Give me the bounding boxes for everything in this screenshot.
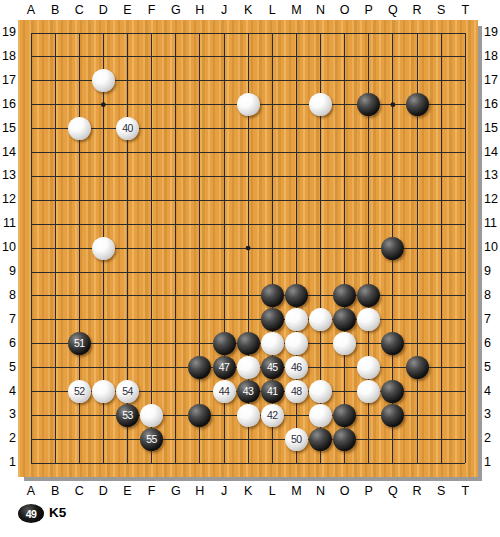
row-label-right-6: 6 (484, 336, 500, 350)
move-number-E3: 53 (122, 410, 133, 421)
move-number-F2: 55 (146, 434, 157, 445)
row-label-left-7: 7 (0, 312, 16, 326)
col-label-bottom-M: M (285, 484, 307, 498)
col-label-top-E: E (117, 3, 139, 17)
stone-black-L8 (261, 284, 284, 307)
move-number-L5: 45 (267, 362, 278, 373)
stone-black-N2 (309, 428, 332, 451)
stone-black-K4: 43 (237, 380, 260, 403)
col-label-top-J: J (213, 3, 235, 17)
col-label-bottom-K: K (237, 484, 259, 498)
stone-white-M6 (285, 332, 308, 355)
row-label-right-1: 1 (484, 455, 500, 469)
row-label-right-10: 10 (484, 240, 500, 254)
move-number-J5: 47 (219, 362, 230, 373)
stone-black-C6: 51 (68, 332, 91, 355)
col-label-bottom-L: L (261, 484, 283, 498)
col-label-top-T: T (454, 3, 476, 17)
row-label-right-13: 13 (484, 168, 500, 182)
col-label-top-L: L (261, 3, 283, 17)
row-label-left-1: 1 (0, 455, 16, 469)
stone-white-E4: 54 (116, 380, 139, 403)
row-label-right-17: 17 (484, 73, 500, 87)
stone-black-F2: 55 (140, 428, 163, 451)
row-label-right-2: 2 (484, 431, 500, 445)
move-number-L3: 42 (267, 410, 278, 421)
col-label-top-G: G (165, 3, 187, 17)
move-number-E15: 40 (122, 123, 133, 134)
row-label-left-9: 9 (0, 264, 16, 278)
stone-white-D10 (92, 237, 115, 260)
row-label-right-18: 18 (484, 49, 500, 63)
stone-white-D4 (92, 380, 115, 403)
col-label-bottom-Q: Q (382, 484, 404, 498)
stone-white-N3 (309, 404, 332, 427)
stone-black-O3 (333, 404, 356, 427)
col-label-top-R: R (406, 3, 428, 17)
stone-white-N4 (309, 380, 332, 403)
move-number-L4: 41 (267, 386, 278, 397)
star-point-K10 (246, 246, 251, 251)
stone-white-C4: 52 (68, 380, 91, 403)
move-number-E4: 54 (122, 386, 133, 397)
stone-white-K16 (237, 93, 260, 116)
row-label-left-17: 17 (0, 73, 16, 87)
row-label-right-14: 14 (484, 145, 500, 159)
row-label-left-15: 15 (0, 121, 16, 135)
row-label-left-6: 6 (0, 336, 16, 350)
stone-white-M4: 48 (285, 380, 308, 403)
col-label-bottom-B: B (44, 484, 66, 498)
col-label-bottom-D: D (92, 484, 114, 498)
row-label-left-14: 14 (0, 145, 16, 159)
col-label-bottom-F: F (141, 484, 163, 498)
stone-black-E3: 53 (116, 404, 139, 427)
col-label-top-H: H (189, 3, 211, 17)
move-number-M5: 46 (291, 362, 302, 373)
col-label-bottom-C: C (68, 484, 90, 498)
row-label-left-13: 13 (0, 168, 16, 182)
row-label-right-19: 19 (484, 25, 500, 39)
col-label-bottom-R: R (406, 484, 428, 498)
stone-black-L7 (261, 308, 284, 331)
col-label-top-B: B (44, 3, 66, 17)
row-label-left-11: 11 (0, 216, 16, 230)
move-number-M4: 48 (291, 386, 302, 397)
stone-white-K3 (237, 404, 260, 427)
stone-white-M5: 46 (285, 356, 308, 379)
row-label-right-4: 4 (484, 384, 500, 398)
stone-black-R16 (406, 93, 429, 116)
stone-black-K6 (237, 332, 260, 355)
caption-move-number: 49 (26, 508, 37, 520)
star-point-Q16 (390, 102, 395, 107)
col-label-bottom-T: T (454, 484, 476, 498)
col-label-top-A: A (20, 3, 42, 17)
stone-white-L3: 42 (261, 404, 284, 427)
col-label-top-S: S (430, 3, 452, 17)
col-label-bottom-E: E (117, 484, 139, 498)
col-label-top-N: N (310, 3, 332, 17)
row-label-right-8: 8 (484, 288, 500, 302)
star-point-D16 (101, 102, 106, 107)
row-label-right-15: 15 (484, 121, 500, 135)
col-label-bottom-H: H (189, 484, 211, 498)
stone-white-F3 (140, 404, 163, 427)
move-number-J4: 44 (219, 386, 230, 397)
col-label-top-K: K (237, 3, 259, 17)
row-label-right-16: 16 (484, 97, 500, 111)
col-label-top-C: C (68, 3, 90, 17)
row-label-left-3: 3 (0, 407, 16, 421)
row-label-right-7: 7 (484, 312, 500, 326)
move-number-C4: 52 (74, 386, 85, 397)
stone-black-L4: 41 (261, 380, 284, 403)
col-label-top-Q: Q (382, 3, 404, 17)
kifu-diagram: 405147454652544443414853425550 AABBCCDDE… (0, 0, 500, 537)
col-label-bottom-P: P (358, 484, 380, 498)
row-label-left-16: 16 (0, 97, 16, 111)
move-number-M2: 50 (291, 434, 302, 445)
move-number-C6: 51 (74, 338, 85, 349)
col-label-bottom-O: O (334, 484, 356, 498)
caption-black-stone: 49 (18, 504, 44, 523)
col-label-top-D: D (92, 3, 114, 17)
row-label-left-19: 19 (0, 25, 16, 39)
col-label-bottom-G: G (165, 484, 187, 498)
move-number-K4: 43 (243, 386, 254, 397)
stone-black-J6 (213, 332, 236, 355)
stone-white-L6 (261, 332, 284, 355)
row-label-right-12: 12 (484, 192, 500, 206)
stone-white-C15 (68, 117, 91, 140)
col-label-bottom-S: S (430, 484, 452, 498)
row-label-left-12: 12 (0, 192, 16, 206)
stone-black-R5 (406, 356, 429, 379)
col-label-bottom-J: J (213, 484, 235, 498)
col-label-bottom-N: N (310, 484, 332, 498)
col-label-bottom-A: A (20, 484, 42, 498)
stone-black-Q10 (381, 237, 404, 260)
col-label-top-P: P (358, 3, 380, 17)
goban[interactable]: 405147454652544443414853425550 (18, 20, 478, 477)
row-label-right-11: 11 (484, 216, 500, 230)
row-label-right-5: 5 (484, 360, 500, 374)
col-label-top-O: O (334, 3, 356, 17)
row-label-left-4: 4 (0, 384, 16, 398)
row-label-left-2: 2 (0, 431, 16, 445)
row-label-left-5: 5 (0, 360, 16, 374)
stone-white-M2: 50 (285, 428, 308, 451)
stone-black-J5: 47 (213, 356, 236, 379)
caption-point-label: K5 (49, 505, 66, 520)
row-label-right-9: 9 (484, 264, 500, 278)
stone-white-J4: 44 (213, 380, 236, 403)
row-label-left-8: 8 (0, 288, 16, 302)
row-label-right-3: 3 (484, 407, 500, 421)
col-label-top-M: M (285, 3, 307, 17)
row-label-left-10: 10 (0, 240, 16, 254)
stone-white-E15: 40 (116, 117, 139, 140)
col-label-top-F: F (141, 3, 163, 17)
stone-white-K5 (237, 356, 260, 379)
stone-black-L5: 45 (261, 356, 284, 379)
row-label-left-18: 18 (0, 49, 16, 63)
stone-black-O2 (333, 428, 356, 451)
